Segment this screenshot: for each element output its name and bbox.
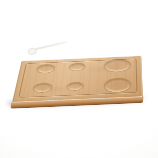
tray-right-edge (140, 56, 142, 102)
bamboo-tray (13, 34, 146, 122)
tray-front-edge (11, 97, 144, 109)
product-photo-scene (0, 0, 158, 158)
tray-top-surface (12, 56, 143, 103)
